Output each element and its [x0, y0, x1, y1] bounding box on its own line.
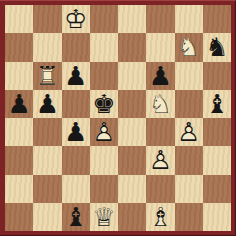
- piece-white-queen: ♛♕: [90, 203, 118, 231]
- square-c7[interactable]: [62, 33, 90, 61]
- square-d5[interactable]: ♚: [90, 90, 118, 118]
- square-f3[interactable]: ♟♙: [146, 146, 174, 174]
- square-d6[interactable]: [90, 62, 118, 90]
- square-f1[interactable]: ♝♗: [146, 203, 174, 231]
- square-a7[interactable]: [5, 33, 33, 61]
- square-h5[interactable]: ♝: [203, 90, 231, 118]
- square-f5[interactable]: ♞♘: [146, 90, 174, 118]
- piece-black-pawn: ♟: [33, 90, 61, 118]
- piece-white-pawn: ♟♙: [175, 118, 203, 146]
- piece-black-king: ♚: [90, 90, 118, 118]
- square-c1[interactable]: ♝: [62, 203, 90, 231]
- piece-white-knight: ♞♘: [146, 90, 174, 118]
- square-b2[interactable]: [33, 175, 61, 203]
- square-e5[interactable]: [118, 90, 146, 118]
- square-a2[interactable]: [5, 175, 33, 203]
- square-c6[interactable]: ♟: [62, 62, 90, 90]
- square-a4[interactable]: [5, 118, 33, 146]
- square-d1[interactable]: ♛♕: [90, 203, 118, 231]
- square-g8[interactable]: [175, 5, 203, 33]
- piece-black-pawn: ♟: [5, 90, 33, 118]
- square-h2[interactable]: [203, 175, 231, 203]
- square-f7[interactable]: [146, 33, 174, 61]
- square-h1[interactable]: [203, 203, 231, 231]
- square-c4[interactable]: ♟: [62, 118, 90, 146]
- square-d3[interactable]: [90, 146, 118, 174]
- piece-black-bishop: ♝: [62, 203, 90, 231]
- square-h3[interactable]: [203, 146, 231, 174]
- square-d8[interactable]: [90, 5, 118, 33]
- chess-board: ♚♔♞♘♞♜♖♟♟♟♟♚♞♘♝♟♟♙♟♙♟♙♝♛♕♝♗: [5, 5, 231, 231]
- piece-black-knight: ♞: [203, 33, 231, 61]
- square-b1[interactable]: [33, 203, 61, 231]
- square-h6[interactable]: [203, 62, 231, 90]
- piece-white-pawn: ♟♙: [90, 118, 118, 146]
- piece-white-rook: ♜♖: [33, 62, 61, 90]
- square-g7[interactable]: ♞♘: [175, 33, 203, 61]
- square-f2[interactable]: [146, 175, 174, 203]
- square-b7[interactable]: [33, 33, 61, 61]
- square-c8[interactable]: ♚♔: [62, 5, 90, 33]
- square-a5[interactable]: ♟: [5, 90, 33, 118]
- square-g5[interactable]: [175, 90, 203, 118]
- square-f4[interactable]: [146, 118, 174, 146]
- piece-white-knight: ♞♘: [175, 33, 203, 61]
- square-f8[interactable]: [146, 5, 174, 33]
- board-frame: ♚♔♞♘♞♜♖♟♟♟♟♚♞♘♝♟♟♙♟♙♟♙♝♛♕♝♗: [0, 0, 236, 236]
- piece-black-pawn: ♟: [62, 118, 90, 146]
- piece-black-pawn: ♟: [146, 62, 174, 90]
- piece-black-pawn: ♟: [62, 62, 90, 90]
- square-b3[interactable]: [33, 146, 61, 174]
- square-g4[interactable]: ♟♙: [175, 118, 203, 146]
- square-e3[interactable]: [118, 146, 146, 174]
- square-g3[interactable]: [175, 146, 203, 174]
- square-c2[interactable]: [62, 175, 90, 203]
- square-a3[interactable]: [5, 146, 33, 174]
- square-d7[interactable]: [90, 33, 118, 61]
- square-e4[interactable]: [118, 118, 146, 146]
- square-c3[interactable]: [62, 146, 90, 174]
- square-f6[interactable]: ♟: [146, 62, 174, 90]
- square-h8[interactable]: [203, 5, 231, 33]
- square-b8[interactable]: [33, 5, 61, 33]
- piece-white-bishop: ♝♗: [146, 203, 174, 231]
- piece-black-bishop: ♝: [203, 90, 231, 118]
- square-g6[interactable]: [175, 62, 203, 90]
- square-a1[interactable]: [5, 203, 33, 231]
- piece-white-king: ♚♔: [62, 5, 90, 33]
- square-d4[interactable]: ♟♙: [90, 118, 118, 146]
- square-c5[interactable]: [62, 90, 90, 118]
- square-h7[interactable]: ♞: [203, 33, 231, 61]
- square-e6[interactable]: [118, 62, 146, 90]
- square-b4[interactable]: [33, 118, 61, 146]
- square-g1[interactable]: [175, 203, 203, 231]
- square-e8[interactable]: [118, 5, 146, 33]
- square-a8[interactable]: [5, 5, 33, 33]
- square-h4[interactable]: [203, 118, 231, 146]
- square-e7[interactable]: [118, 33, 146, 61]
- square-d2[interactable]: [90, 175, 118, 203]
- piece-white-pawn: ♟♙: [146, 146, 174, 174]
- square-b6[interactable]: ♜♖: [33, 62, 61, 90]
- square-e1[interactable]: [118, 203, 146, 231]
- square-e2[interactable]: [118, 175, 146, 203]
- square-b5[interactable]: ♟: [33, 90, 61, 118]
- square-g2[interactable]: [175, 175, 203, 203]
- square-a6[interactable]: [5, 62, 33, 90]
